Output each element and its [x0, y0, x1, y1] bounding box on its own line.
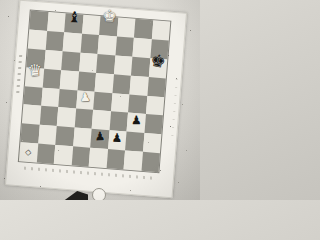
square-c2[interactable] — [55, 126, 74, 146]
square-f3[interactable] — [109, 112, 128, 132]
square-g5[interactable] — [129, 75, 148, 95]
square-f5[interactable] — [112, 74, 131, 94]
square-a4[interactable] — [23, 86, 42, 106]
square-f6[interactable] — [114, 55, 133, 75]
square-b6[interactable] — [44, 50, 63, 70]
square-g8[interactable] — [134, 19, 153, 39]
square-d1[interactable] — [71, 146, 90, 166]
chess-board: ♝♚♚♛♟♟♟♟ ◇ — [19, 11, 170, 173]
square-d5[interactable] — [77, 71, 96, 91]
square-b1[interactable] — [36, 144, 55, 164]
square-b5[interactable] — [42, 68, 61, 88]
piece-black-pawn-g3[interactable]: ♟ — [131, 114, 142, 126]
square-b8[interactable] — [47, 12, 66, 32]
square-a3[interactable] — [22, 105, 41, 125]
square-e7[interactable] — [98, 35, 117, 55]
square-f7[interactable] — [115, 36, 134, 56]
piece-white-king-e8[interactable]: ♚ — [102, 9, 117, 25]
captured-white-piece[interactable] — [92, 188, 106, 200]
square-e1[interactable] — [89, 148, 108, 168]
border-brand-text-left — [16, 53, 22, 97]
square-c5[interactable] — [60, 70, 79, 90]
square-f8[interactable] — [116, 17, 135, 37]
square-d2[interactable] — [73, 128, 92, 148]
square-e5[interactable] — [95, 73, 114, 93]
piece-white-queen-a5[interactable]: ♛ — [27, 62, 43, 79]
square-g2[interactable] — [125, 132, 144, 152]
chess-mat: ♝♚♚♛♟♟♟♟ ◇ — [5, 0, 187, 198]
square-e3[interactable] — [92, 110, 111, 130]
square-e4[interactable] — [93, 91, 112, 111]
captured-black-piece[interactable] — [64, 191, 88, 200]
square-a7[interactable] — [28, 29, 47, 49]
square-b4[interactable] — [41, 87, 60, 107]
square-d7[interactable] — [80, 34, 99, 54]
square-f4[interactable] — [111, 93, 130, 113]
square-c6[interactable] — [61, 51, 80, 71]
square-c7[interactable] — [63, 32, 82, 52]
square-d6[interactable] — [79, 52, 98, 72]
square-h1[interactable] — [141, 152, 160, 172]
square-h3[interactable] — [144, 114, 163, 134]
square-b2[interactable] — [38, 125, 57, 145]
square-h8[interactable] — [151, 20, 170, 40]
square-d8[interactable] — [82, 15, 101, 35]
square-h4[interactable] — [145, 95, 164, 115]
piece-black-pawn-e2[interactable]: ♟ — [94, 130, 105, 142]
square-c4[interactable] — [58, 89, 77, 109]
square-a8[interactable] — [29, 11, 48, 31]
board-grid — [19, 11, 170, 173]
emblem-diamond-icon: ◇ — [25, 148, 32, 156]
square-g7[interactable] — [132, 38, 151, 58]
square-c3[interactable] — [57, 107, 76, 127]
square-g1[interactable] — [124, 151, 143, 171]
square-f1[interactable] — [106, 149, 125, 169]
square-g6[interactable] — [131, 56, 150, 76]
square-b3[interactable] — [39, 106, 58, 126]
piece-black-bishop-c8[interactable]: ♝ — [67, 10, 81, 26]
square-b7[interactable] — [45, 31, 64, 51]
photo-grain — [0, 0, 1, 1]
square-h2[interactable] — [142, 133, 161, 153]
piece-white-pawn-d4[interactable]: ♟ — [80, 91, 91, 104]
maker-emblem-icon: ◇ — [25, 148, 32, 156]
square-d3[interactable] — [74, 109, 93, 129]
square-h5[interactable] — [147, 77, 166, 97]
square-a2[interactable] — [20, 124, 39, 144]
square-e6[interactable] — [96, 54, 115, 74]
square-c1[interactable] — [54, 145, 73, 165]
border-coordinate-marks-right — [171, 73, 178, 143]
board-photo: ♝♚♚♛♟♟♟♟ ◇ — [0, 0, 200, 200]
square-g4[interactable] — [128, 94, 147, 114]
piece-black-pawn-f2[interactable]: ♟ — [112, 131, 123, 143]
